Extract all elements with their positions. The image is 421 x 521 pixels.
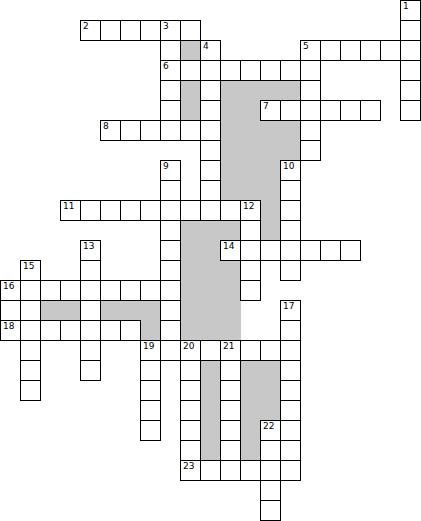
open-cell-r17c4[interactable] — [80, 340, 101, 361]
crossword-board: 1234567891011121314151617181920212223 — [0, 0, 421, 521]
clue-number-12: 12 — [243, 201, 254, 211]
blocked-cell-r16c10 — [200, 320, 221, 341]
open-cell-r13c12[interactable] — [240, 260, 261, 281]
clue-number-1: 1 — [403, 1, 409, 11]
open-cell-r20c11[interactable] — [220, 400, 241, 421]
open-cell-r12c15[interactable] — [300, 240, 321, 261]
open-cell-r17c7[interactable]: 19 — [140, 340, 161, 361]
open-cell-r7c15[interactable] — [300, 140, 321, 161]
clue-number-10: 10 — [283, 161, 294, 171]
open-cell-r18c7[interactable] — [140, 360, 161, 381]
blocked-cell-r14c9 — [180, 280, 201, 301]
blocked-cell-r7c13 — [260, 140, 281, 161]
open-cell-r20c7[interactable] — [140, 400, 161, 421]
open-cell-r10c9[interactable] — [180, 200, 201, 221]
open-cell-r16c4[interactable] — [80, 320, 101, 341]
open-cell-r6c9[interactable] — [180, 120, 201, 141]
open-cell-r13c4[interactable] — [80, 260, 101, 281]
blocked-cell-r15c3 — [60, 300, 81, 321]
blocked-cell-r5c11 — [220, 100, 241, 121]
open-cell-r9c8[interactable] — [160, 180, 181, 201]
clue-number-7: 7 — [263, 101, 269, 111]
open-cell-r17c13[interactable] — [260, 340, 281, 361]
open-cell-r4c15[interactable] — [300, 80, 321, 101]
blocked-cell-r15c10 — [200, 300, 221, 321]
open-cell-r3c11[interactable] — [220, 60, 241, 81]
open-cell-r10c3[interactable]: 11 — [60, 200, 81, 221]
open-cell-r5c17[interactable] — [340, 100, 361, 121]
blocked-cell-r15c9 — [180, 300, 201, 321]
blocked-cell-r16c9 — [180, 320, 201, 341]
clue-number-17: 17 — [283, 301, 294, 311]
clue-number-22: 22 — [263, 421, 274, 431]
open-cell-r11c12[interactable] — [240, 220, 261, 241]
blocked-cell-r19c10 — [200, 380, 221, 401]
open-cell-r12c17[interactable] — [340, 240, 361, 261]
blocked-cell-r15c7 — [140, 300, 161, 321]
open-cell-r2c19[interactable] — [380, 40, 401, 61]
open-cell-r13c1[interactable]: 15 — [20, 260, 41, 281]
open-cell-r19c1[interactable] — [20, 380, 41, 401]
open-cell-r8c8[interactable]: 9 — [160, 160, 181, 181]
open-cell-r10c5[interactable] — [100, 200, 121, 221]
clue-number-18: 18 — [3, 321, 14, 331]
blocked-cell-r22c10 — [200, 440, 221, 461]
blocked-cell-r12c10 — [200, 240, 221, 261]
clue-number-8: 8 — [103, 121, 109, 131]
blocked-cell-r11c10 — [200, 220, 221, 241]
blocked-cell-r19c12 — [240, 380, 261, 401]
open-cell-r11c14[interactable] — [280, 220, 301, 241]
blocked-cell-r21c10 — [200, 420, 221, 441]
blocked-cell-r11c9 — [180, 220, 201, 241]
open-cell-r21c11[interactable] — [220, 420, 241, 441]
clue-number-9: 9 — [163, 161, 169, 171]
blocked-cell-r15c5 — [100, 300, 121, 321]
open-cell-r5c14[interactable] — [280, 100, 301, 121]
blocked-cell-r13c10 — [200, 260, 221, 281]
open-cell-r14c0[interactable]: 16 — [0, 280, 21, 301]
open-cell-r3c10[interactable] — [200, 60, 221, 81]
open-cell-r2c8[interactable] — [160, 40, 181, 61]
open-cell-r5c13[interactable]: 7 — [260, 100, 281, 121]
open-cell-r14c5[interactable] — [100, 280, 121, 301]
open-cell-r3c9[interactable] — [180, 60, 201, 81]
open-cell-r11c8[interactable] — [160, 220, 181, 241]
open-cell-r1c4[interactable]: 2 — [80, 20, 101, 41]
open-cell-r3c8[interactable]: 6 — [160, 60, 181, 81]
open-cell-r19c7[interactable] — [140, 380, 161, 401]
open-cell-r5c8[interactable] — [160, 100, 181, 121]
clue-number-23: 23 — [183, 461, 194, 471]
open-cell-r15c4[interactable] — [80, 300, 101, 321]
open-cell-r1c6[interactable] — [120, 20, 141, 41]
open-cell-r23c10[interactable] — [200, 460, 221, 481]
blocked-cell-r15c2 — [40, 300, 61, 321]
open-cell-r1c20[interactable] — [400, 20, 421, 41]
blocked-cell-r12c9 — [180, 240, 201, 261]
open-cell-r22c9[interactable] — [180, 440, 201, 461]
clue-number-4: 4 — [203, 41, 209, 51]
blocked-cell-r21c12 — [240, 420, 261, 441]
open-cell-r12c16[interactable] — [320, 240, 341, 261]
open-cell-r6c10[interactable] — [200, 120, 221, 141]
open-cell-r0c20[interactable]: 1 — [400, 0, 421, 21]
blocked-cell-r8c11 — [220, 160, 241, 181]
open-cell-r21c13[interactable]: 22 — [260, 420, 281, 441]
open-cell-r15c1[interactable] — [20, 300, 41, 321]
open-cell-r15c14[interactable]: 17 — [280, 300, 301, 321]
blocked-cell-r15c11 — [220, 300, 241, 321]
open-cell-r7c10[interactable] — [200, 140, 221, 161]
open-cell-r10c6[interactable] — [120, 200, 141, 221]
open-cell-r9c10[interactable] — [200, 180, 221, 201]
open-cell-r21c9[interactable] — [180, 420, 201, 441]
open-cell-r8c10[interactable] — [200, 160, 221, 181]
open-cell-r9c14[interactable] — [280, 180, 301, 201]
open-cell-r3c12[interactable] — [240, 60, 261, 81]
blocked-cell-r14c11 — [220, 280, 241, 301]
open-cell-r2c18[interactable] — [360, 40, 381, 61]
open-cell-r21c14[interactable] — [280, 420, 301, 441]
open-cell-r22c11[interactable] — [220, 440, 241, 461]
blocked-cell-r11c13 — [260, 220, 281, 241]
open-cell-r8c14[interactable]: 10 — [280, 160, 301, 181]
open-cell-r22c14[interactable] — [280, 440, 301, 461]
blocked-cell-r18c12 — [240, 360, 261, 381]
open-cell-r18c11[interactable] — [220, 360, 241, 381]
open-cell-r16c2[interactable] — [40, 320, 61, 341]
blocked-cell-r9c12 — [240, 180, 261, 201]
blocked-cell-r11c11 — [220, 220, 241, 241]
open-cell-r14c12[interactable] — [240, 280, 261, 301]
open-cell-r14c4[interactable] — [80, 280, 101, 301]
blocked-cell-r4c12 — [240, 80, 261, 101]
blocked-cell-r15c6 — [120, 300, 141, 321]
open-cell-r14c6[interactable] — [120, 280, 141, 301]
open-cell-r19c14[interactable] — [280, 380, 301, 401]
open-cell-r20c14[interactable] — [280, 400, 301, 421]
clue-number-2: 2 — [83, 21, 89, 31]
open-cell-r16c3[interactable] — [60, 320, 81, 341]
blocked-cell-r9c13 — [260, 180, 281, 201]
open-cell-r3c14[interactable] — [280, 60, 301, 81]
open-cell-r3c13[interactable] — [260, 60, 281, 81]
clue-number-14: 14 — [223, 241, 234, 251]
open-cell-r14c3[interactable] — [60, 280, 81, 301]
open-cell-r10c11[interactable] — [220, 200, 241, 221]
open-cell-r24c13[interactable] — [260, 480, 281, 501]
open-cell-r22c13[interactable] — [260, 440, 281, 461]
open-cell-r17c9[interactable]: 20 — [180, 340, 201, 361]
open-cell-r10c14[interactable] — [280, 200, 301, 221]
blocked-cell-r13c11 — [220, 260, 241, 281]
blocked-cell-r19c13 — [260, 380, 281, 401]
open-cell-r17c11[interactable]: 21 — [220, 340, 241, 361]
open-cell-r17c10[interactable] — [200, 340, 221, 361]
open-cell-r15c8[interactable] — [160, 300, 181, 321]
clue-number-11: 11 — [63, 201, 74, 211]
open-cell-r17c8[interactable] — [160, 340, 181, 361]
open-cell-r19c9[interactable] — [180, 380, 201, 401]
open-cell-r17c1[interactable] — [20, 340, 41, 361]
blocked-cell-r8c12 — [240, 160, 261, 181]
open-cell-r16c0[interactable]: 18 — [0, 320, 21, 341]
blocked-cell-r6c11 — [220, 120, 241, 141]
open-cell-r16c6[interactable] — [120, 320, 141, 341]
open-cell-r13c8[interactable] — [160, 260, 181, 281]
open-cell-r17c14[interactable] — [280, 340, 301, 361]
clue-number-21: 21 — [223, 341, 234, 351]
open-cell-r16c1[interactable] — [20, 320, 41, 341]
blocked-cell-r8c13 — [260, 160, 281, 181]
open-cell-r18c4[interactable] — [80, 360, 101, 381]
blocked-cell-r18c10 — [200, 360, 221, 381]
open-cell-r23c13[interactable] — [260, 460, 281, 481]
clue-number-19: 19 — [143, 341, 154, 351]
open-cell-r6c7[interactable] — [140, 120, 161, 141]
blocked-cell-r10c13 — [260, 200, 281, 221]
blocked-cell-r5c9 — [180, 100, 201, 121]
open-cell-r18c9[interactable] — [180, 360, 201, 381]
blocked-cell-r6c12 — [240, 120, 261, 141]
open-cell-r12c11[interactable]: 14 — [220, 240, 241, 261]
open-cell-r2c17[interactable] — [340, 40, 361, 61]
open-cell-r1c5[interactable] — [100, 20, 121, 41]
open-cell-r5c20[interactable] — [400, 100, 421, 121]
open-cell-r12c13[interactable] — [260, 240, 281, 261]
blocked-cell-r7c11 — [220, 140, 241, 161]
open-cell-r12c4[interactable]: 13 — [80, 240, 101, 261]
clue-number-5: 5 — [303, 41, 309, 51]
open-cell-r23c9[interactable]: 23 — [180, 460, 201, 481]
open-cell-r21c7[interactable] — [140, 420, 161, 441]
open-cell-r16c5[interactable] — [100, 320, 121, 341]
blocked-cell-r14c10 — [200, 280, 221, 301]
open-cell-r12c8[interactable] — [160, 240, 181, 261]
open-cell-r5c15[interactable] — [300, 100, 321, 121]
open-cell-r17c12[interactable] — [240, 340, 261, 361]
open-cell-r2c16[interactable] — [320, 40, 341, 61]
blocked-cell-r4c11 — [220, 80, 241, 101]
clue-number-20: 20 — [183, 341, 194, 351]
blocked-cell-r18c13 — [260, 360, 281, 381]
open-cell-r25c13[interactable] — [260, 500, 281, 521]
open-cell-r20c9[interactable] — [180, 400, 201, 421]
open-cell-r23c12[interactable] — [240, 460, 261, 481]
clue-number-13: 13 — [83, 241, 94, 251]
open-cell-r18c14[interactable] — [280, 360, 301, 381]
open-cell-r13c14[interactable] — [280, 260, 301, 281]
open-cell-r16c14[interactable] — [280, 320, 301, 341]
open-cell-r14c8[interactable] — [160, 280, 181, 301]
blocked-cell-r5c12 — [240, 100, 261, 121]
blocked-cell-r16c7 — [140, 320, 161, 341]
open-cell-r12c14[interactable] — [280, 240, 301, 261]
open-cell-r3c20[interactable] — [400, 60, 421, 81]
clue-number-6: 6 — [163, 61, 169, 71]
open-cell-r23c14[interactable] — [280, 460, 301, 481]
open-cell-r2c20[interactable] — [400, 40, 421, 61]
open-cell-r14c2[interactable] — [40, 280, 61, 301]
open-cell-r14c1[interactable] — [20, 280, 41, 301]
open-cell-r5c18[interactable] — [360, 100, 381, 121]
open-cell-r19c11[interactable] — [220, 380, 241, 401]
blocked-cell-r16c11 — [220, 320, 241, 341]
blocked-cell-r4c14 — [280, 80, 301, 101]
blocked-cell-r4c13 — [260, 80, 281, 101]
clue-number-15: 15 — [23, 261, 34, 271]
blocked-cell-r13c9 — [180, 260, 201, 281]
open-cell-r16c8[interactable] — [160, 320, 181, 341]
clue-number-3: 3 — [163, 21, 169, 31]
open-cell-r10c4[interactable] — [80, 200, 101, 221]
open-cell-r23c11[interactable] — [220, 460, 241, 481]
open-cell-r6c8[interactable] — [160, 120, 181, 141]
blocked-cell-r20c10 — [200, 400, 221, 421]
blocked-cell-r20c12 — [240, 400, 261, 421]
blocked-cell-r9c11 — [220, 180, 241, 201]
open-cell-r6c15[interactable] — [300, 120, 321, 141]
blocked-cell-r22c12 — [240, 440, 261, 461]
open-cell-r15c0[interactable] — [0, 300, 21, 321]
open-cell-r10c10[interactable] — [200, 200, 221, 221]
blocked-cell-r4c9 — [180, 80, 201, 101]
open-cell-r1c7[interactable] — [140, 20, 161, 41]
open-cell-r10c7[interactable] — [140, 200, 161, 221]
open-cell-r4c10[interactable] — [200, 80, 221, 101]
open-cell-r4c20[interactable] — [400, 80, 421, 101]
open-cell-r6c6[interactable] — [120, 120, 141, 141]
blocked-cell-r6c14 — [280, 120, 301, 141]
open-cell-r18c1[interactable] — [20, 360, 41, 381]
open-cell-r4c8[interactable] — [160, 80, 181, 101]
clue-number-16: 16 — [3, 281, 14, 291]
open-cell-r1c9[interactable] — [180, 20, 201, 41]
blocked-cell-r6c13 — [260, 120, 281, 141]
open-cell-r10c12[interactable]: 12 — [240, 200, 261, 221]
blocked-cell-r7c12 — [240, 140, 261, 161]
open-cell-r5c16[interactable] — [320, 100, 341, 121]
open-cell-r6c5[interactable]: 8 — [100, 120, 121, 141]
open-cell-r1c8[interactable]: 3 — [160, 20, 181, 41]
open-cell-r2c10[interactable]: 4 — [200, 40, 221, 61]
open-cell-r14c7[interactable] — [140, 280, 161, 301]
open-cell-r12c12[interactable] — [240, 240, 261, 261]
open-cell-r5c10[interactable] — [200, 100, 221, 121]
open-cell-r2c15[interactable]: 5 — [300, 40, 321, 61]
open-cell-r3c15[interactable] — [300, 60, 321, 81]
blocked-cell-r7c14 — [280, 140, 301, 161]
open-cell-r10c8[interactable] — [160, 200, 181, 221]
blocked-cell-r20c13 — [260, 400, 281, 421]
blocked-cell-r2c9 — [180, 40, 201, 61]
